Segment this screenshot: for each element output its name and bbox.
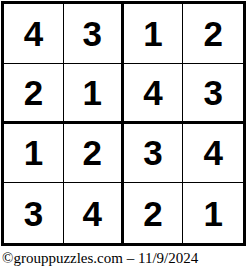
- cell-r2c4: 3: [183, 64, 243, 124]
- cell-r2c3: 4: [124, 64, 184, 124]
- footer-credit: ©grouppuzzles.com – 11/9/2024: [2, 251, 198, 266]
- cell-r3c4: 4: [183, 124, 243, 184]
- puzzle-page: 4312214312343421 ©grouppuzzles.com – 11/…: [0, 0, 247, 269]
- cell-r1c2: 3: [64, 4, 124, 64]
- cell-r3c3: 3: [124, 124, 184, 184]
- cell-r4c3: 2: [124, 183, 184, 243]
- cell-r4c2: 4: [64, 183, 124, 243]
- cell-r1c4: 2: [183, 4, 243, 64]
- cell-r1c3: 1: [124, 4, 184, 64]
- sudoku-board: 4312214312343421: [1, 1, 246, 246]
- cell-r3c2: 2: [64, 124, 124, 184]
- cell-r1c1: 4: [4, 4, 64, 64]
- cell-r2c1: 2: [4, 64, 64, 124]
- cell-r3c1: 1: [4, 124, 64, 184]
- cell-r4c4: 1: [183, 183, 243, 243]
- cell-r4c1: 3: [4, 183, 64, 243]
- cell-r2c2: 1: [64, 64, 124, 124]
